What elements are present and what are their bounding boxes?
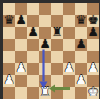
square-f2[interactable] (63, 75, 75, 87)
square-e4[interactable] (51, 51, 63, 63)
square-b3[interactable]: ♟ (15, 63, 27, 75)
square-d2[interactable] (39, 75, 51, 87)
piece-black-queen-g7[interactable]: ♛ (75, 14, 86, 26)
piece-black-king-h7[interactable]: ♚ (87, 14, 98, 26)
square-c3[interactable] (27, 63, 39, 75)
square-c7[interactable] (27, 15, 39, 27)
piece-black-pawn-h6[interactable]: ♟ (87, 26, 98, 38)
square-c6[interactable]: ♟ (27, 27, 39, 39)
square-b2[interactable] (15, 75, 27, 87)
square-b6[interactable] (15, 27, 27, 39)
square-a3[interactable] (3, 63, 15, 75)
piece-black-pawn-b7[interactable]: ♟ (15, 14, 26, 26)
square-d1[interactable]: ♜ (39, 87, 51, 99)
square-f6[interactable] (63, 27, 75, 39)
square-b1[interactable] (15, 87, 27, 99)
square-a7[interactable]: ♛ (3, 15, 15, 27)
square-h2[interactable] (87, 75, 99, 87)
square-d4[interactable] (39, 51, 51, 63)
square-a1[interactable] (3, 87, 15, 99)
square-e2[interactable] (51, 75, 63, 87)
piece-black-pawn-d5[interactable]: ♟ (39, 38, 50, 50)
square-b7[interactable]: ♟ (15, 15, 27, 27)
square-c4[interactable] (27, 51, 39, 63)
square-c8[interactable] (27, 3, 39, 15)
square-c5[interactable] (27, 39, 39, 51)
square-f3[interactable]: ♟ (63, 63, 75, 75)
square-g7[interactable]: ♛ (75, 15, 87, 27)
square-d6[interactable] (39, 27, 51, 39)
square-h1[interactable]: ♚ (87, 87, 99, 99)
piece-white-king-h1[interactable]: ♚ (87, 86, 98, 98)
square-f7[interactable] (63, 15, 75, 27)
square-h5[interactable] (87, 39, 99, 51)
square-a2[interactable]: ♟ (3, 75, 15, 87)
square-g8[interactable] (75, 3, 87, 15)
square-f4[interactable] (63, 51, 75, 63)
square-g5[interactable]: ♟ (75, 39, 87, 51)
piece-black-rook-e6[interactable]: ♜ (51, 26, 62, 38)
square-a8[interactable] (3, 3, 15, 15)
square-g6[interactable] (75, 27, 87, 39)
piece-white-pawn-g2[interactable]: ♟ (75, 74, 86, 86)
piece-white-pawn-h3[interactable]: ♟ (87, 62, 98, 74)
square-b4[interactable] (15, 51, 27, 63)
square-h7[interactable]: ♚ (87, 15, 99, 27)
square-g4[interactable] (75, 51, 87, 63)
square-c1[interactable] (27, 87, 39, 99)
square-b5[interactable] (15, 39, 27, 51)
square-a5[interactable] (3, 39, 15, 51)
chess-board-frame: ♛♟♛♚♟♜♟♟♟♟♟♟♟♟♜♚ (0, 0, 100, 99)
square-d8[interactable] (39, 3, 51, 15)
square-b8[interactable] (15, 3, 27, 15)
square-e5[interactable] (51, 39, 63, 51)
square-h3[interactable]: ♟ (87, 63, 99, 75)
chess-board[interactable]: ♛♟♛♚♟♜♟♟♟♟♟♟♟♟♜♚ (3, 3, 99, 99)
piece-white-pawn-b3[interactable]: ♟ (15, 62, 26, 74)
square-d3[interactable] (39, 63, 51, 75)
square-a6[interactable] (3, 27, 15, 39)
square-h8[interactable] (87, 3, 99, 15)
square-f5[interactable] (63, 39, 75, 51)
square-d5[interactable]: ♟ (39, 39, 51, 51)
square-g2[interactable]: ♟ (75, 75, 87, 87)
piece-black-pawn-c6[interactable]: ♟ (27, 26, 38, 38)
square-h4[interactable] (87, 51, 99, 63)
square-h6[interactable]: ♟ (87, 27, 99, 39)
square-e3[interactable] (51, 63, 63, 75)
square-f8[interactable] (63, 3, 75, 15)
square-e7[interactable] (51, 15, 63, 27)
square-g3[interactable] (75, 63, 87, 75)
square-e6[interactable]: ♜ (51, 27, 63, 39)
piece-white-pawn-a2[interactable]: ♟ (3, 74, 14, 86)
piece-white-pawn-f3[interactable]: ♟ (63, 62, 74, 74)
square-f1[interactable] (63, 87, 75, 99)
piece-white-rook-d1[interactable]: ♜ (39, 86, 50, 98)
piece-black-queen-a7[interactable]: ♛ (3, 14, 14, 26)
square-e1[interactable] (51, 87, 63, 99)
square-g1[interactable] (75, 87, 87, 99)
square-d7[interactable] (39, 15, 51, 27)
square-a4[interactable] (3, 51, 15, 63)
square-c2[interactable] (27, 75, 39, 87)
square-e8[interactable] (51, 3, 63, 15)
piece-black-pawn-g5[interactable]: ♟ (75, 38, 86, 50)
